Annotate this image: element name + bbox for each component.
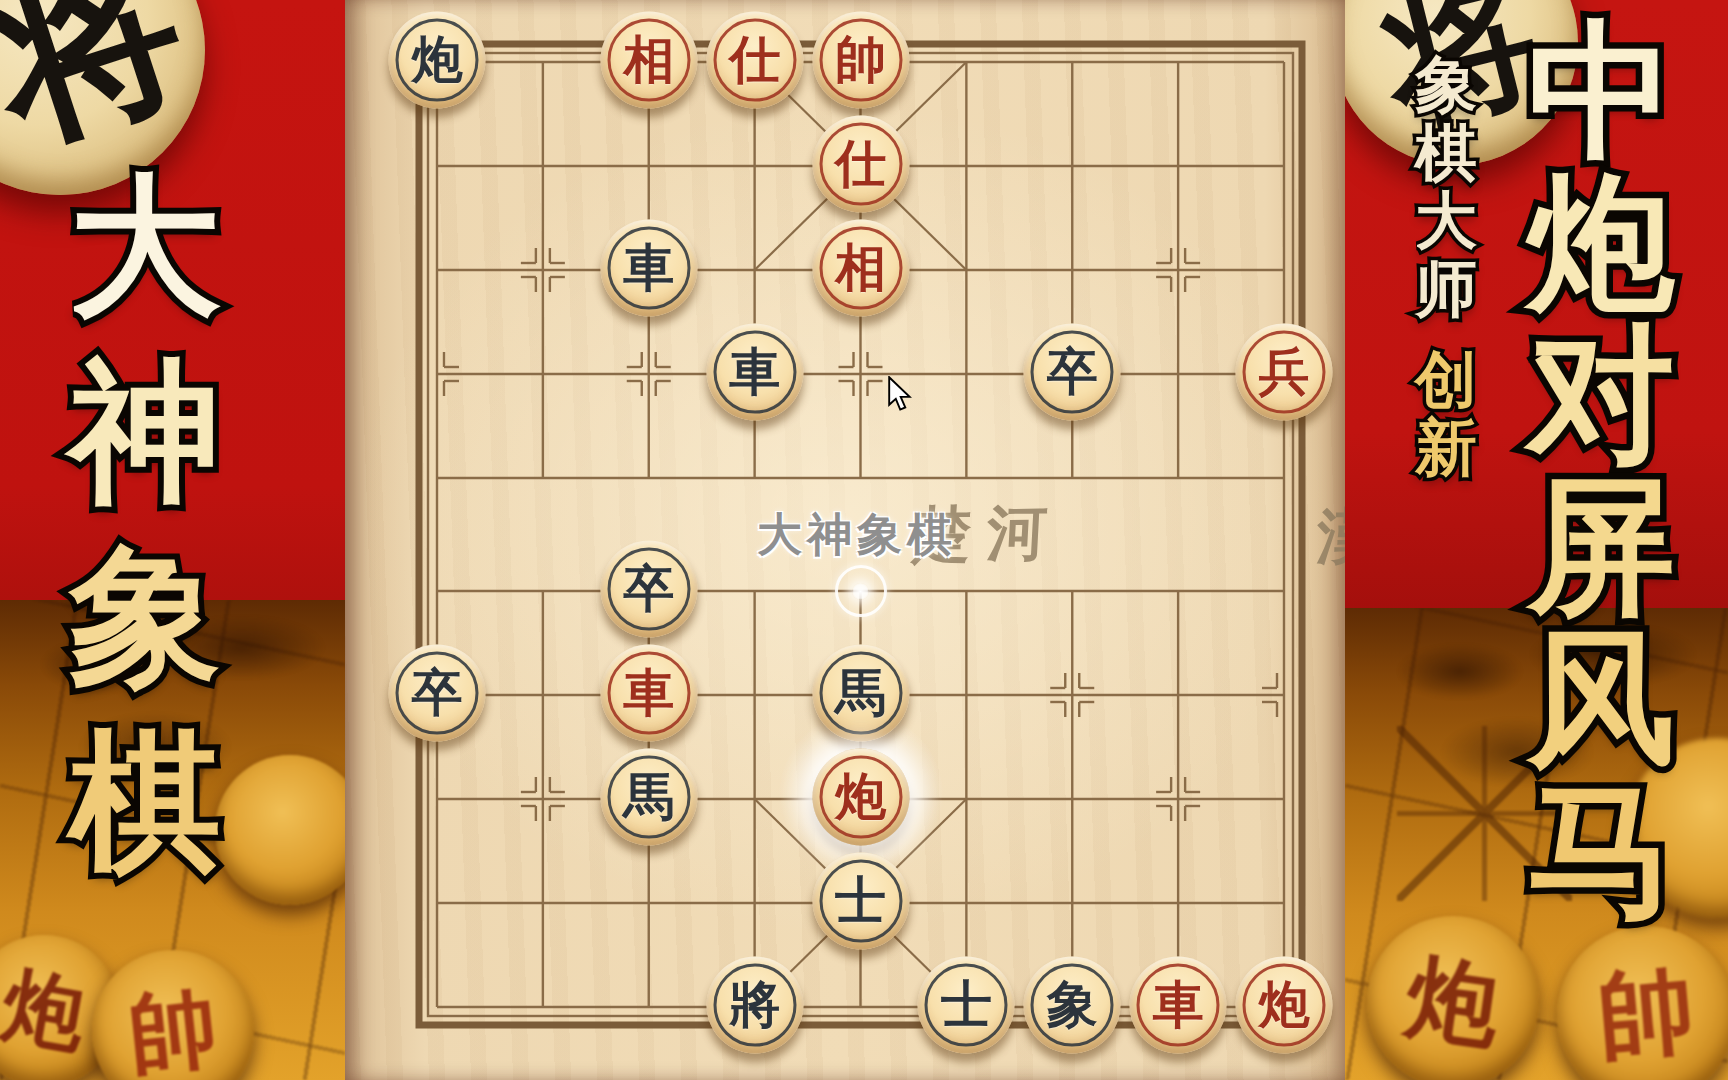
piece-char: 車 (1153, 980, 1204, 1031)
piece-char: 馬 (623, 772, 674, 823)
piece-char: 兵 (1259, 347, 1310, 398)
piece-char: 車 (623, 668, 674, 719)
piece-black-horse[interactable]: 馬 (600, 749, 697, 846)
title-char: 马马 (1513, 776, 1689, 928)
decor-piece-char: 帥 (1593, 946, 1700, 1080)
piece-black-soldier[interactable]: 卒 (1024, 324, 1121, 421)
left-decor-panel: 将 炮 帥 大大神神象象棋棋 (0, 0, 345, 1080)
piece-red-advisor[interactable]: 仕 (812, 116, 909, 213)
piece-black-general[interactable]: 將 (706, 957, 803, 1054)
title-char: 屏屏 (1513, 472, 1689, 624)
decor-piece-cannon-right: 炮 (1367, 916, 1539, 1080)
right-decor-panel: 将 炮 帥 象象棋棋大大师师 创创新新 中中炮炮对对屏屏风风马马 (1345, 0, 1728, 1080)
piece-red-chariot[interactable]: 車 (600, 645, 697, 742)
piece-red-elephant[interactable]: 相 (812, 220, 909, 317)
decor-piece-char: 帥 (123, 967, 223, 1080)
title-char: 创创 (1411, 346, 1481, 414)
piece-char: 炮 (1259, 980, 1310, 1031)
piece-black-elephant[interactable]: 象 (1024, 957, 1121, 1054)
left-title: 大大神神象象棋棋 (20, 156, 270, 896)
title-char: 神神 (20, 341, 270, 526)
piece-char: 將 (729, 980, 780, 1031)
title-char: 对对 (1513, 320, 1689, 472)
piece-char: 車 (623, 243, 674, 294)
title-char: 棋棋 (1411, 119, 1481, 187)
piece-char: 卒 (412, 668, 463, 719)
piece-char: 仕 (835, 139, 886, 190)
piece-black-soldier[interactable]: 卒 (389, 645, 486, 742)
move-origin-dot (835, 565, 887, 617)
piece-red-advisor[interactable]: 仕 (706, 12, 803, 109)
piece-black-chariot[interactable]: 車 (706, 324, 803, 421)
piece-char: 炮 (412, 35, 463, 86)
app-watermark: 大神象棋 (757, 505, 957, 565)
piece-black-soldier[interactable]: 卒 (600, 541, 697, 638)
decor-piece-char: 炮 (0, 950, 94, 1073)
piece-black-advisor[interactable]: 士 (918, 957, 1015, 1054)
piece-char: 卒 (1047, 347, 1098, 398)
title-char: 师师 (1411, 255, 1481, 323)
screenshot-stage: 将 炮 帥 大大神神象象棋棋 楚河 漢界 大神象棋 炮相仕帥仕車相車卒兵卒卒車馬… (0, 0, 1728, 1080)
piece-char: 相 (623, 35, 674, 86)
piece-red-chariot[interactable]: 車 (1130, 957, 1227, 1054)
title-char: 棋棋 (20, 711, 270, 896)
title-char: 象象 (20, 526, 270, 711)
title-char: 大大 (20, 156, 270, 341)
piece-char: 士 (941, 980, 992, 1031)
piece-red-cannon[interactable]: 炮 (812, 749, 909, 846)
title-char: 风风 (1513, 624, 1689, 776)
piece-char: 車 (729, 347, 780, 398)
piece-black-cannon[interactable]: 炮 (389, 12, 486, 109)
title-char: 大大 (1411, 187, 1481, 255)
piece-red-soldier[interactable]: 兵 (1236, 324, 1333, 421)
title-char: 炮炮 (1513, 168, 1689, 320)
decor-piece-char: 炮 (1399, 934, 1507, 1070)
piece-char: 炮 (835, 772, 886, 823)
mouse-cursor (887, 376, 913, 412)
piece-black-chariot[interactable]: 車 (600, 220, 697, 317)
right-subtitle: 象象棋棋大大师师 (1411, 51, 1481, 323)
piece-char: 卒 (623, 564, 674, 615)
right-title: 中中炮炮对对屏屏风风马马 (1513, 16, 1689, 928)
piece-char: 帥 (835, 35, 886, 86)
xiangqi-board: 楚河 漢界 大神象棋 炮相仕帥仕車相車卒兵卒卒車馬馬炮士將士象車炮 (345, 0, 1345, 1080)
piece-char: 仕 (729, 35, 780, 86)
piece-red-cannon[interactable]: 炮 (1236, 957, 1333, 1054)
piece-red-general[interactable]: 帥 (812, 12, 909, 109)
piece-char: 馬 (835, 668, 886, 719)
piece-black-advisor[interactable]: 士 (812, 853, 909, 950)
piece-char: 相 (835, 243, 886, 294)
title-char: 象象 (1411, 51, 1481, 119)
title-char: 新新 (1411, 414, 1481, 482)
title-char: 中中 (1513, 16, 1689, 168)
piece-red-elephant[interactable]: 相 (600, 12, 697, 109)
piece-char: 士 (835, 876, 886, 927)
piece-char: 象 (1047, 980, 1098, 1031)
right-subtitle-2: 创创新新 (1411, 346, 1481, 482)
piece-black-horse[interactable]: 馬 (812, 645, 909, 742)
